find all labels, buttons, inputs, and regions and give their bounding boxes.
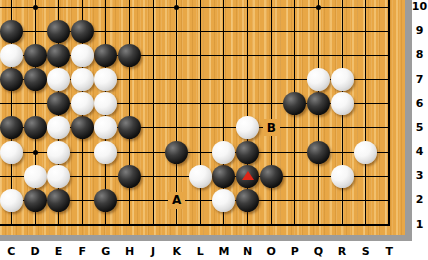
column-label-S: S [356, 243, 376, 260]
grid-line-column-T [388, 0, 390, 226]
white-stone-R3 [331, 165, 354, 188]
column-label-P: P [285, 243, 305, 260]
hoshi-point-K10 [174, 5, 179, 10]
white-stone-R6 [331, 92, 354, 115]
row-label-3: 3 [411, 168, 428, 184]
black-stone-D2 [24, 189, 47, 212]
grid-line-column-J [153, 0, 154, 226]
white-stone-S4 [354, 141, 377, 164]
column-label-C: C [1, 243, 21, 260]
row-label-4: 4 [411, 144, 428, 160]
black-stone-E6 [47, 92, 70, 115]
row-label-10: 10 [411, 0, 428, 15]
black-stone-H5 [118, 116, 141, 139]
white-stone-Q7 [307, 68, 330, 91]
grid-line-row-10 [0, 7, 390, 8]
hoshi-point-Q10 [316, 5, 321, 10]
black-stone-C9 [0, 20, 23, 43]
white-stone-F8 [71, 44, 94, 67]
black-stone-F5 [71, 116, 94, 139]
black-stone-E8 [47, 44, 70, 67]
black-stone-K4 [165, 141, 188, 164]
point-label-A: A [168, 192, 185, 209]
column-label-F: F [72, 243, 92, 260]
black-stone-D8 [24, 44, 47, 67]
black-stone-C7 [0, 68, 23, 91]
white-stone-L3 [189, 165, 212, 188]
white-stone-F7 [71, 68, 94, 91]
triangle-marker-icon [242, 171, 254, 180]
row-label-8: 8 [411, 47, 428, 63]
row-label-6: 6 [411, 96, 428, 112]
row-label-9: 9 [411, 23, 428, 39]
white-stone-F6 [71, 92, 94, 115]
white-stone-G4 [94, 141, 117, 164]
white-stone-M4 [212, 141, 235, 164]
column-label-K: K [167, 243, 187, 260]
white-stone-G5 [94, 116, 117, 139]
column-label-O: O [261, 243, 281, 260]
column-label-R: R [332, 243, 352, 260]
black-stone-O3 [260, 165, 283, 188]
white-stone-E4 [47, 141, 70, 164]
grid-line-column-L [200, 0, 201, 226]
column-label-G: G [96, 243, 116, 260]
grid-line-column-O [271, 0, 272, 226]
black-stone-G2 [94, 189, 117, 212]
black-stone-H3 [118, 165, 141, 188]
black-stone-E2 [47, 189, 70, 212]
row-label-1: 1 [411, 217, 428, 233]
column-label-T: T [379, 243, 399, 260]
black-stone-Q4 [307, 141, 330, 164]
white-stone-E7 [47, 68, 70, 91]
column-label-J: J [143, 243, 163, 260]
row-label-7: 7 [411, 72, 428, 88]
row-label-5: 5 [411, 120, 428, 136]
row-label-2: 2 [411, 192, 428, 208]
white-stone-E3 [47, 165, 70, 188]
black-stone-H8 [118, 44, 141, 67]
white-stone-E5 [47, 116, 70, 139]
hoshi-point-D4 [33, 150, 38, 155]
go-board-screenshot: AB CDEFGHJKLMNOPQRST10987654321 [0, 0, 428, 260]
white-stone-M2 [212, 189, 235, 212]
grid-line-row-1 [0, 224, 390, 226]
white-stone-G7 [94, 68, 117, 91]
black-stone-E9 [47, 20, 70, 43]
black-stone-N3 [236, 165, 259, 188]
column-label-E: E [49, 243, 69, 260]
grid-line-column-H [129, 0, 130, 226]
grid-line-column-S [365, 0, 366, 226]
column-label-Q: Q [308, 243, 328, 260]
black-stone-F9 [71, 20, 94, 43]
column-label-D: D [25, 243, 45, 260]
column-label-N: N [238, 243, 258, 260]
black-stone-N2 [236, 189, 259, 212]
black-stone-Q6 [307, 92, 330, 115]
go-board[interactable]: AB [0, 0, 412, 241]
white-stone-G6 [94, 92, 117, 115]
column-label-M: M [214, 243, 234, 260]
white-stone-N5 [236, 116, 259, 139]
black-stone-M3 [212, 165, 235, 188]
column-label-L: L [190, 243, 210, 260]
point-label-B: B [263, 119, 280, 136]
white-stone-R7 [331, 68, 354, 91]
white-stone-C8 [0, 44, 23, 67]
black-stone-P6 [283, 92, 306, 115]
hoshi-point-D10 [33, 5, 38, 10]
black-stone-D7 [24, 68, 47, 91]
white-stone-C4 [0, 141, 23, 164]
black-stone-D5 [24, 116, 47, 139]
column-label-H: H [120, 243, 140, 260]
black-stone-G8 [94, 44, 117, 67]
black-stone-N4 [236, 141, 259, 164]
white-stone-C2 [0, 189, 23, 212]
black-stone-C5 [0, 116, 23, 139]
white-stone-D3 [24, 165, 47, 188]
